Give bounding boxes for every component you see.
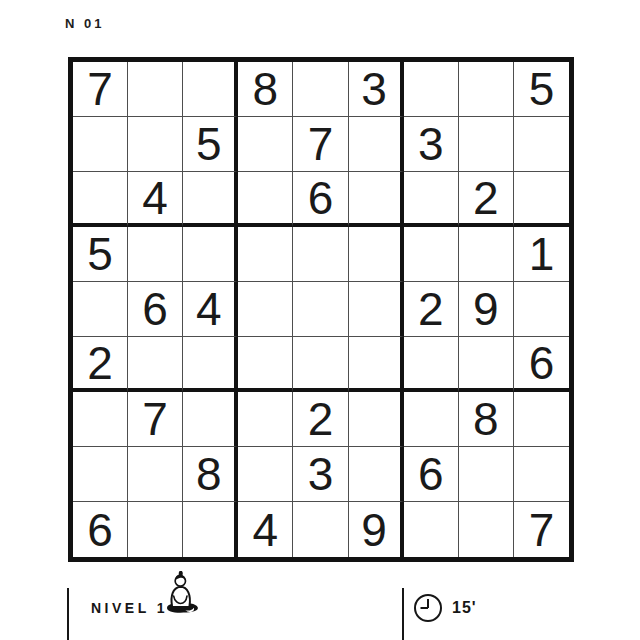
- cell-r6c2[interactable]: [128, 337, 183, 392]
- cell-r6c3[interactable]: [183, 337, 238, 392]
- cell-r1c7[interactable]: [404, 62, 459, 117]
- cell-r2c1[interactable]: [73, 117, 128, 172]
- cell-r5c9[interactable]: [514, 282, 569, 337]
- cell-r4c7[interactable]: [404, 227, 459, 282]
- cell-r9c9: 7: [514, 502, 569, 557]
- cell-r2c6[interactable]: [349, 117, 404, 172]
- cell-r1c4: 8: [238, 62, 293, 117]
- cell-r4c8[interactable]: [459, 227, 514, 282]
- cell-r9c1: 6: [73, 502, 128, 557]
- cell-r5c8: 9: [459, 282, 514, 337]
- cell-r9c4: 4: [238, 502, 293, 557]
- cell-r7c3[interactable]: [183, 392, 238, 447]
- cell-r3c6[interactable]: [349, 172, 404, 227]
- cell-r3c9[interactable]: [514, 172, 569, 227]
- cell-r6c8[interactable]: [459, 337, 514, 392]
- cell-r4c1: 5: [73, 227, 128, 282]
- cell-r4c9: 1: [514, 227, 569, 282]
- cell-r1c8[interactable]: [459, 62, 514, 117]
- cell-r1c6: 3: [349, 62, 404, 117]
- cell-r3c1[interactable]: [73, 172, 128, 227]
- cell-r2c2[interactable]: [128, 117, 183, 172]
- cell-r4c3[interactable]: [183, 227, 238, 282]
- cell-r1c1: 7: [73, 62, 128, 117]
- footer-left-divider: [67, 588, 69, 640]
- cell-r8c7: 6: [404, 447, 459, 502]
- cell-r9c2[interactable]: [128, 502, 183, 557]
- puzzle-number-label: N 01: [65, 16, 104, 31]
- cell-r5c3: 4: [183, 282, 238, 337]
- sudoku-page: N 01 7835573462516429267288366497 NIVEL …: [0, 0, 640, 640]
- cell-r2c5: 7: [293, 117, 348, 172]
- cell-r5c5[interactable]: [293, 282, 348, 337]
- cell-r2c7: 3: [404, 117, 459, 172]
- cell-r3c7[interactable]: [404, 172, 459, 227]
- cell-r7c2: 7: [128, 392, 183, 447]
- cell-r9c3[interactable]: [183, 502, 238, 557]
- cell-r2c8[interactable]: [459, 117, 514, 172]
- cell-r5c7: 2: [404, 282, 459, 337]
- cell-r7c8: 8: [459, 392, 514, 447]
- cell-r4c5[interactable]: [293, 227, 348, 282]
- cell-r8c5: 3: [293, 447, 348, 502]
- cell-r9c5[interactable]: [293, 502, 348, 557]
- cell-r2c3: 5: [183, 117, 238, 172]
- cell-r6c1: 2: [73, 337, 128, 392]
- cell-r9c8[interactable]: [459, 502, 514, 557]
- cell-r4c2[interactable]: [128, 227, 183, 282]
- cell-r8c3: 8: [183, 447, 238, 502]
- cell-r1c5[interactable]: [293, 62, 348, 117]
- footer-right-divider: [402, 588, 404, 640]
- cell-r6c4[interactable]: [238, 337, 293, 392]
- cell-r3c3[interactable]: [183, 172, 238, 227]
- cell-r2c9[interactable]: [514, 117, 569, 172]
- cell-r1c9: 5: [514, 62, 569, 117]
- cell-r4c6[interactable]: [349, 227, 404, 282]
- cell-r7c7[interactable]: [404, 392, 459, 447]
- cell-r7c4[interactable]: [238, 392, 293, 447]
- cell-r8c8[interactable]: [459, 447, 514, 502]
- cell-r7c9[interactable]: [514, 392, 569, 447]
- time-label: 15': [452, 599, 477, 617]
- meditating-person-icon: [157, 571, 207, 625]
- cell-r5c2: 6: [128, 282, 183, 337]
- cell-r5c6[interactable]: [349, 282, 404, 337]
- cell-r3c2: 4: [128, 172, 183, 227]
- cell-r5c1[interactable]: [73, 282, 128, 337]
- cell-r3c5: 6: [293, 172, 348, 227]
- cell-r5c4[interactable]: [238, 282, 293, 337]
- cell-r8c9[interactable]: [514, 447, 569, 502]
- cell-r8c6[interactable]: [349, 447, 404, 502]
- cell-r6c7[interactable]: [404, 337, 459, 392]
- cell-r6c5[interactable]: [293, 337, 348, 392]
- cell-r7c1[interactable]: [73, 392, 128, 447]
- cell-r1c2[interactable]: [128, 62, 183, 117]
- sudoku-board: 7835573462516429267288366497: [68, 57, 574, 562]
- cell-r6c6[interactable]: [349, 337, 404, 392]
- cell-r6c9: 6: [514, 337, 569, 392]
- cell-r9c7[interactable]: [404, 502, 459, 557]
- cell-r2c4[interactable]: [238, 117, 293, 172]
- cell-r3c4[interactable]: [238, 172, 293, 227]
- cell-r3c8: 2: [459, 172, 514, 227]
- cell-r8c2[interactable]: [128, 447, 183, 502]
- cell-r4c4[interactable]: [238, 227, 293, 282]
- clock-icon: [412, 592, 444, 628]
- cell-r8c1[interactable]: [73, 447, 128, 502]
- cell-r8c4[interactable]: [238, 447, 293, 502]
- cell-r9c6: 9: [349, 502, 404, 557]
- cell-r7c5: 2: [293, 392, 348, 447]
- cell-r7c6[interactable]: [349, 392, 404, 447]
- cell-r1c3[interactable]: [183, 62, 238, 117]
